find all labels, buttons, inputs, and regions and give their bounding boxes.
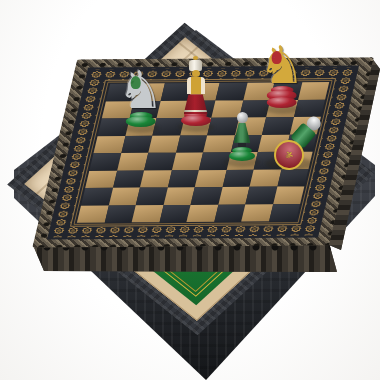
photo-scene: ⚜ ♞ <box>0 0 380 380</box>
king-torso <box>187 77 205 94</box>
piece-base <box>126 116 156 127</box>
king-head <box>192 70 200 77</box>
piece-base-lower <box>267 97 297 108</box>
king-figurine <box>181 56 211 126</box>
bishop-coat <box>233 123 251 143</box>
rider-icon <box>272 51 282 64</box>
knight-glyph: ♞ <box>118 67 165 115</box>
knight-figurine: ♞ <box>259 42 306 109</box>
rider-icon <box>131 76 141 89</box>
knight-figurine: ♞ <box>118 67 165 127</box>
knight-glyph: ♞ <box>259 42 306 90</box>
pieces-layer: ♞ ♞ ⚜ <box>0 0 380 380</box>
bishop-figurine <box>229 112 255 161</box>
piece-base <box>229 151 255 161</box>
bishop-head <box>237 112 248 123</box>
king-robe <box>184 94 208 114</box>
piece-base <box>181 115 211 126</box>
base-emblem-icon: ⚜ <box>282 148 297 163</box>
